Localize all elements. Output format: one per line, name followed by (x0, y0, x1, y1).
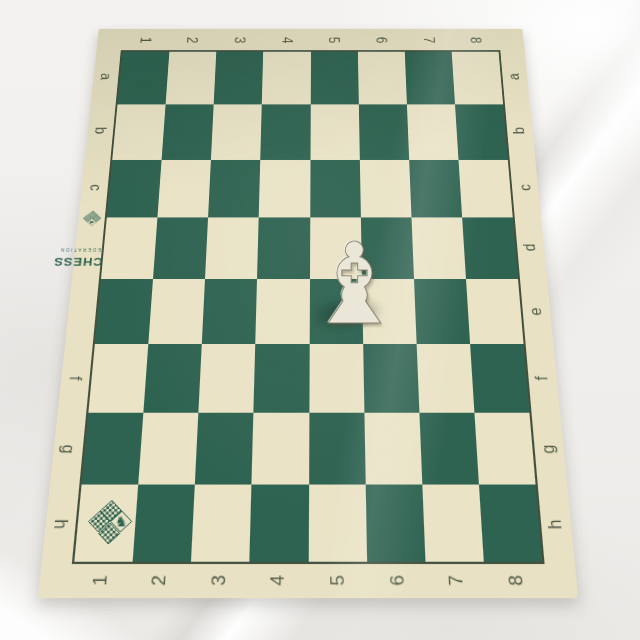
square-e3[interactable] (202, 279, 257, 344)
square-c8[interactable] (458, 159, 512, 217)
square-c5[interactable] (310, 159, 361, 217)
file-right-label-g: g (540, 445, 558, 454)
file-right-label-a: a (507, 73, 522, 80)
file-right-cell-1: a (501, 50, 529, 103)
square-e5[interactable] (309, 279, 363, 344)
square-a4[interactable] (262, 52, 310, 105)
svg-text:♞: ♞ (88, 220, 95, 224)
rank-top-label-1: 1 (138, 37, 153, 43)
square-g3[interactable] (195, 412, 254, 485)
rank-bottom-label-6: 6 (388, 575, 408, 586)
file-left-label-b: b (93, 127, 109, 134)
square-f7[interactable] (416, 344, 474, 412)
rank-bottom-cell-1: 1 (69, 566, 131, 594)
file-right-cell-4: d (516, 217, 546, 279)
square-g5[interactable] (309, 412, 366, 485)
knight-diamond-logo-icon: ♞ (81, 210, 102, 227)
square-c4[interactable] (259, 159, 310, 217)
square-d7[interactable] (411, 218, 466, 279)
square-g4[interactable] (252, 412, 309, 485)
square-f4[interactable] (254, 344, 309, 412)
rank-top-label-8: 8 (468, 37, 483, 43)
square-h4[interactable] (250, 485, 309, 562)
file-left-label-h: h (51, 520, 70, 530)
rank-bottom-cell-6: 6 (367, 566, 427, 594)
square-f5[interactable] (309, 344, 364, 412)
square-c2[interactable] (158, 159, 212, 217)
table-cloth: 12345678 12345678 (0, 0, 640, 640)
square-a7[interactable] (405, 52, 455, 105)
square-e4[interactable] (256, 279, 310, 344)
square-e8[interactable] (466, 279, 524, 344)
rank-labels-top: 12345678 (121, 32, 500, 49)
square-e6[interactable] (362, 279, 417, 344)
square-h8[interactable] (479, 485, 542, 562)
square-b6[interactable] (358, 104, 408, 159)
square-d5[interactable] (310, 218, 362, 279)
square-h2[interactable] (133, 485, 195, 562)
square-a1[interactable] (118, 52, 170, 105)
square-d6[interactable] (361, 218, 414, 279)
rank-top-cell-4: 4 (263, 32, 310, 49)
file-left-label-g: g (59, 445, 77, 454)
square-b3[interactable] (211, 104, 262, 159)
file-right-cell-2: b (506, 103, 535, 159)
square-f8[interactable] (470, 344, 529, 412)
chess-mat: 12345678 12345678 (38, 29, 578, 598)
square-d8[interactable] (462, 218, 518, 279)
rank-bottom-cell-3: 3 (188, 566, 249, 594)
square-b5[interactable] (310, 104, 359, 159)
square-b1[interactable] (112, 104, 165, 159)
square-e1[interactable] (95, 279, 153, 344)
rank-top-cell-7: 7 (405, 32, 453, 49)
square-g2[interactable] (138, 412, 198, 485)
square-d2[interactable] (153, 218, 208, 279)
square-a3[interactable] (214, 52, 264, 105)
square-g1[interactable] (82, 412, 144, 485)
rank-bottom-cell-7: 7 (426, 566, 487, 594)
square-h6[interactable] (365, 485, 425, 562)
square-b8[interactable] (455, 104, 508, 159)
rank-top-label-6: 6 (374, 37, 389, 43)
square-a8[interactable] (452, 52, 504, 105)
rank-top-label-7: 7 (421, 37, 436, 43)
square-h7[interactable] (422, 485, 484, 562)
file-right-label-h: h (547, 520, 566, 530)
square-a6[interactable] (358, 52, 407, 105)
file-right-cell-5: e (521, 279, 552, 344)
rank-top-label-2: 2 (185, 37, 200, 43)
square-c1[interactable] (107, 159, 162, 217)
rank-bottom-label-1: 1 (90, 575, 110, 586)
board-scene: 12345678 12345678 (0, 0, 640, 640)
rank-bottom-label-4: 4 (269, 575, 288, 586)
rank-bottom-label-7: 7 (447, 575, 467, 586)
square-f2[interactable] (144, 344, 203, 412)
file-left-label-a: a (98, 73, 113, 80)
rank-bottom-label-2: 2 (150, 575, 170, 586)
square-h3[interactable] (191, 485, 252, 562)
uscf-checkered-diamond-logo: ♞ (84, 498, 137, 546)
file-right-cell-8: h (539, 486, 574, 564)
chessboard-grid: ♞ (72, 50, 545, 564)
file-right-label-f: f (534, 376, 551, 380)
square-d4[interactable] (257, 218, 309, 279)
square-g7[interactable] (419, 412, 479, 485)
rank-bottom-cell-2: 2 (129, 566, 190, 594)
file-right-cell-7: g (533, 413, 567, 486)
rank-labels-bottom: 12345678 (69, 566, 547, 594)
file-left-label-c: c (87, 184, 103, 191)
file-right-cell-6: f (527, 344, 559, 413)
square-g6[interactable] (364, 412, 422, 485)
rank-top-cell-2: 2 (168, 32, 216, 49)
rank-bottom-cell-5: 5 (308, 566, 368, 594)
square-a5[interactable] (310, 52, 358, 105)
file-left-label-f: f (67, 376, 84, 380)
square-f6[interactable] (363, 344, 419, 412)
file-right-label-d: d (522, 244, 538, 252)
rank-bottom-cell-4: 4 (248, 566, 308, 594)
federation-subtitle: FEDERATION (59, 247, 106, 251)
rank-bottom-label-8: 8 (506, 575, 526, 586)
square-e2[interactable] (148, 279, 205, 344)
square-b2[interactable] (162, 104, 214, 159)
rank-top-label-4: 4 (280, 37, 294, 43)
square-d1[interactable] (101, 218, 158, 279)
square-c6[interactable] (359, 159, 411, 217)
brand-text-block: FEDERATION US CHESS (75, 229, 99, 294)
file-right-cell-3: c (511, 159, 540, 218)
svg-text:♞: ♞ (114, 514, 128, 530)
rank-top-cell-6: 6 (358, 32, 406, 49)
rank-top-cell-1: 1 (121, 32, 170, 49)
square-b4[interactable] (261, 104, 311, 159)
rank-top-cell-8: 8 (452, 32, 500, 49)
rank-bottom-cell-8: 8 (486, 566, 548, 594)
rank-bottom-label-5: 5 (328, 575, 347, 586)
rank-top-cell-5: 5 (311, 32, 358, 49)
square-d3[interactable] (205, 218, 259, 279)
square-h5[interactable] (308, 485, 366, 562)
rank-top-cell-3: 3 (216, 32, 264, 49)
square-f3[interactable] (199, 344, 256, 412)
square-e7[interactable] (414, 279, 470, 344)
square-f1[interactable] (88, 344, 148, 412)
square-g8[interactable] (474, 412, 535, 485)
rank-bottom-label-3: 3 (209, 575, 229, 586)
square-c3[interactable] (208, 159, 260, 217)
rank-top-label-3: 3 (232, 37, 247, 43)
square-a2[interactable] (166, 52, 217, 105)
square-c7[interactable] (409, 159, 462, 217)
square-b7[interactable] (407, 104, 459, 159)
file-right-label-c: c (517, 184, 533, 191)
rank-top-label-5: 5 (327, 37, 341, 43)
file-right-label-b: b (512, 127, 528, 134)
file-right-label-e: e (528, 307, 545, 315)
